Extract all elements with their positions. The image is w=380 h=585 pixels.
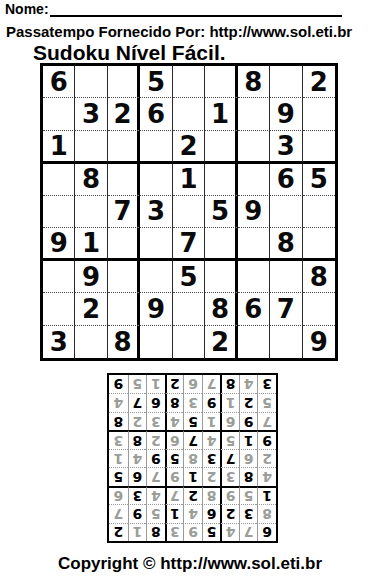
puzzle-cell-given: 2 — [205, 326, 237, 358]
solution-cell-given: 5 — [202, 523, 221, 541]
puzzle-cell-given: 5 — [303, 164, 335, 196]
puzzle-cell-empty[interactable] — [205, 228, 237, 261]
solution-cell-solved: 4 — [257, 467, 276, 485]
solution-cell-solved: 7 — [165, 486, 184, 504]
solution-cell-solved: 5 — [220, 430, 239, 448]
puzzle-cell-empty[interactable] — [238, 131, 270, 164]
solution-cell-solved: 3 — [165, 523, 184, 541]
solution-cell-given: 6 — [128, 467, 147, 485]
puzzle-cell-given: 1 — [43, 131, 75, 164]
puzzle-cell-given: 8 — [303, 261, 335, 293]
solution-cell-given: 6 — [146, 393, 165, 411]
puzzle-cell-empty[interactable] — [140, 131, 172, 164]
solution-cell-solved: 1 — [128, 523, 147, 541]
solution-cell-given: 5 — [109, 467, 128, 485]
solution-cell-solved: 3 — [109, 430, 128, 448]
puzzle-cell-given: 1 — [205, 98, 237, 130]
puzzle-cell-empty[interactable] — [75, 66, 107, 98]
solution-cell-given: 9 — [109, 375, 128, 393]
puzzle-cell-empty[interactable] — [43, 98, 75, 130]
solution-cell-solved: 9 — [220, 486, 239, 504]
solution-cell-solved: 6 — [239, 449, 258, 467]
solution-cell-solved: 8 — [183, 449, 202, 467]
solution-cell-solved: 3 — [146, 412, 165, 430]
solution-cell-solved: 2 — [257, 449, 276, 467]
solution-cell-given: 9 — [146, 449, 165, 467]
puzzle-cell-given: 2 — [75, 293, 107, 325]
solution-cell-given: 3 — [202, 449, 221, 467]
solution-cell-solved: 4 — [220, 523, 239, 541]
puzzle-cell-given: 7 — [173, 228, 205, 261]
solution-cell-given: 3 — [239, 504, 258, 522]
name-fill-in-line[interactable] — [50, 1, 342, 17]
puzzle-cell-empty[interactable] — [270, 196, 302, 228]
puzzle-cell-given: 8 — [270, 228, 302, 261]
puzzle-cell-empty[interactable] — [270, 326, 302, 358]
puzzle-cell-given: 1 — [173, 164, 205, 196]
puzzle-cell-empty[interactable] — [173, 326, 205, 358]
solution-cell-given: 6 — [202, 504, 221, 522]
page-title: Sudoku Nível Fácil. — [33, 41, 226, 65]
puzzle-cell-given: 6 — [238, 293, 270, 325]
puzzle-cell-given: 7 — [270, 293, 302, 325]
puzzle-cell-empty[interactable] — [303, 98, 335, 130]
puzzle-cell-given: 6 — [140, 98, 172, 130]
solution-cell-given: 6 — [257, 523, 276, 541]
puzzle-cell-empty[interactable] — [238, 228, 270, 261]
puzzle-cell-given: 8 — [75, 164, 107, 196]
puzzle-cell-given: 3 — [140, 196, 172, 228]
solution-cell-solved: 4 — [183, 504, 202, 522]
solution-cell-solved: 9 — [165, 467, 184, 485]
solution-cell-solved: 2 — [202, 467, 221, 485]
puzzle-cell-given: 1 — [75, 228, 107, 261]
solution-cell-given: 2 — [239, 393, 258, 411]
solution-cell-solved: 7 — [257, 412, 276, 430]
provided-by-text: Passatempo Fornecido Por: http://www.sol… — [6, 23, 378, 40]
puzzle-cell-empty[interactable] — [108, 293, 140, 325]
puzzle-cell-empty[interactable] — [173, 66, 205, 98]
solution-cell-given: 9 — [128, 504, 147, 522]
puzzle-cell-empty[interactable] — [270, 261, 302, 293]
puzzle-cell-empty[interactable] — [43, 196, 75, 228]
puzzle-cell-empty[interactable] — [108, 261, 140, 293]
solution-cell-solved: 3 — [183, 393, 202, 411]
solution-cell-given: 5 — [165, 449, 184, 467]
solution-cell-solved: 7 — [239, 523, 258, 541]
solution-cell-given: 2 — [183, 486, 202, 504]
solution-cell-solved: 4 — [109, 393, 128, 411]
puzzle-cell-empty[interactable] — [205, 131, 237, 164]
puzzle-cell-empty[interactable] — [43, 164, 75, 196]
puzzle-cell-empty[interactable] — [238, 98, 270, 130]
puzzle-cell-empty[interactable] — [140, 261, 172, 293]
solution-cell-given: 9 — [202, 393, 221, 411]
puzzle-cell-given: 9 — [140, 293, 172, 325]
solution-cell-given: 1 — [183, 467, 202, 485]
solution-cell-solved: 5 — [146, 504, 165, 522]
puzzle-grid: 658232619123816573599178958298673829 — [40, 63, 338, 361]
solution-cell-given: 7 — [128, 393, 147, 411]
solution-cell-given: 5 — [183, 412, 202, 430]
puzzle-cell-given: 8 — [205, 293, 237, 325]
solution-cell-solved: 7 — [202, 375, 221, 393]
puzzle-cell-empty[interactable] — [303, 228, 335, 261]
puzzle-cell-empty[interactable] — [173, 196, 205, 228]
puzzle-cell-empty[interactable] — [270, 66, 302, 98]
solution-cell-solved: 3 — [220, 467, 239, 485]
puzzle-cell-empty[interactable] — [238, 164, 270, 196]
solution-cell-solved: 6 — [183, 375, 202, 393]
puzzle-cell-empty[interactable] — [43, 261, 75, 293]
puzzle-cell-given: 9 — [303, 326, 335, 358]
puzzle-cell-given: 6 — [270, 164, 302, 196]
name-row: Nome: — [5, 1, 342, 17]
puzzle-cell-given: 2 — [173, 131, 205, 164]
solution-cell-given: 7 — [220, 449, 239, 467]
solution-cell-solved: 1 — [109, 449, 128, 467]
puzzle-cell-empty[interactable] — [108, 228, 140, 261]
puzzle-cell-empty[interactable] — [75, 196, 107, 228]
puzzle-cell-empty[interactable] — [108, 164, 140, 196]
solution-cell-solved: 2 — [146, 430, 165, 448]
puzzle-cell-given: 7 — [108, 196, 140, 228]
solution-cell-solved: 5 — [128, 375, 147, 393]
solution-cell-solved: 1 — [146, 375, 165, 393]
solution-cell-solved: 6 — [109, 486, 128, 504]
solution-cell-solved: 5 — [257, 393, 276, 411]
puzzle-cell-given: 2 — [108, 98, 140, 130]
puzzle-cell-empty[interactable] — [303, 196, 335, 228]
solution-cell-given: 2 — [165, 375, 184, 393]
solution-cell-given: 3 — [128, 486, 147, 504]
solution-cell-solved: 6 — [220, 412, 239, 430]
solution-cell-solved: 5 — [239, 486, 258, 504]
solution-cell-solved: 9 — [183, 523, 202, 541]
solution-cell-given: 8 — [128, 430, 147, 448]
solution-cell-solved: 4 — [239, 375, 258, 393]
solution-cell-solved: 1 — [202, 412, 221, 430]
solution-cell-solved: 4 — [128, 449, 147, 467]
puzzle-cell-given: 2 — [303, 66, 335, 98]
puzzle-cell-given: 3 — [43, 326, 75, 358]
puzzle-cell-empty[interactable] — [75, 131, 107, 164]
solution-cell-given: 2 — [109, 523, 128, 541]
puzzle-cell-empty[interactable] — [205, 164, 237, 196]
solution-cell-given: 8 — [109, 412, 128, 430]
solution-cell-solved: 4 — [165, 412, 184, 430]
puzzle-cell-empty[interactable] — [173, 98, 205, 130]
puzzle-cell-empty[interactable] — [205, 261, 237, 293]
puzzle-cell-empty[interactable] — [43, 293, 75, 325]
puzzle-cell-empty[interactable] — [303, 293, 335, 325]
puzzle-cell-given: 8 — [108, 326, 140, 358]
solution-cell-given: 8 — [220, 375, 239, 393]
puzzle-cell-empty[interactable] — [140, 326, 172, 358]
solution-cell-given: 9 — [239, 412, 258, 430]
puzzle-cell-given: 6 — [43, 66, 75, 98]
puzzle-cell-given: 5 — [173, 261, 205, 293]
solution-cell-given: 8 — [239, 467, 258, 485]
puzzle-cell-given: 8 — [238, 66, 270, 98]
puzzle-cell-given: 3 — [270, 131, 302, 164]
solution-cell-given: 9 — [257, 430, 276, 448]
solution-cell-solved: 1 — [220, 393, 239, 411]
puzzle-cell-given: 9 — [238, 196, 270, 228]
solution-grid-upside-down: 6745938128326415971598274364832197652673… — [107, 373, 278, 543]
solution-cell-given: 1 — [239, 430, 258, 448]
copyright-text: Copyright © http://www.sol.eti.br — [0, 554, 380, 574]
solution-cell-given: 8 — [165, 393, 184, 411]
puzzle-cell-empty[interactable] — [140, 164, 172, 196]
solution-cell-given: 1 — [257, 486, 276, 504]
puzzle-cell-empty[interactable] — [108, 66, 140, 98]
puzzle-cell-empty[interactable] — [173, 293, 205, 325]
solution-cell-solved: 8 — [257, 504, 276, 522]
puzzle-cell-empty[interactable] — [303, 131, 335, 164]
solution-cell-solved: 4 — [202, 430, 221, 448]
solution-cell-solved: 7 — [109, 504, 128, 522]
solution-cell-solved: 6 — [165, 430, 184, 448]
solution-cell-given: 8 — [146, 523, 165, 541]
solution-cell-given: 1 — [165, 504, 184, 522]
solution-cell-solved: 8 — [202, 486, 221, 504]
solution-cell-given: 3 — [257, 375, 276, 393]
puzzle-cell-given: 9 — [75, 261, 107, 293]
solution-cell-given: 7 — [183, 430, 202, 448]
puzzle-cell-given: 9 — [43, 228, 75, 261]
puzzle-cell-given: 3 — [75, 98, 107, 130]
puzzle-cell-empty[interactable] — [108, 131, 140, 164]
puzzle-cell-empty[interactable] — [238, 261, 270, 293]
solution-cell-solved: 7 — [146, 467, 165, 485]
puzzle-cell-given: 5 — [205, 196, 237, 228]
name-label: Nome: — [5, 1, 49, 17]
puzzle-cell-empty[interactable] — [75, 326, 107, 358]
puzzle-cell-empty[interactable] — [238, 326, 270, 358]
puzzle-cell-empty[interactable] — [205, 66, 237, 98]
solution-cell-solved: 2 — [128, 412, 147, 430]
sudoku-page: Nome: Passatempo Fornecido Por: http://w… — [0, 0, 380, 585]
puzzle-cell-empty[interactable] — [140, 228, 172, 261]
puzzle-cell-given: 5 — [140, 66, 172, 98]
solution-cell-solved: 4 — [146, 486, 165, 504]
puzzle-cell-given: 9 — [270, 98, 302, 130]
solution-cell-given: 2 — [220, 504, 239, 522]
